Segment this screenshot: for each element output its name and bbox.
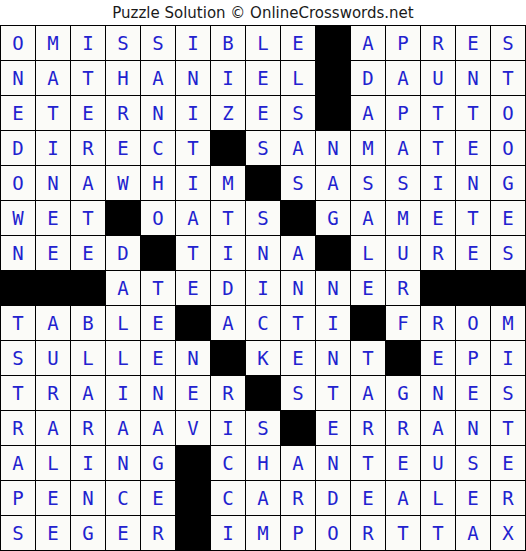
letter-cell: U	[386, 236, 420, 270]
black-cell	[316, 61, 350, 95]
letter-cell: E	[386, 446, 420, 480]
letter-cell: N	[1, 61, 35, 95]
letter-cell: N	[281, 271, 315, 305]
letter-cell: A	[386, 481, 420, 515]
letter-cell: E	[106, 131, 140, 165]
letter-cell: G	[71, 516, 105, 550]
letter-cell: L	[36, 446, 70, 480]
letter-cell: A	[36, 411, 70, 445]
letter-cell: S	[491, 236, 525, 270]
letter-cell: L	[351, 236, 385, 270]
crossword-solution-page: Puzzle Solution © OnlineCrosswords.net O…	[0, 0, 526, 551]
letter-cell: O	[1, 26, 35, 60]
letter-cell: T	[351, 341, 385, 375]
letter-cell: U	[421, 61, 455, 95]
letter-cell: A	[281, 131, 315, 165]
letter-cell: R	[491, 481, 525, 515]
letter-cell: N	[106, 446, 140, 480]
letter-cell: T	[421, 516, 455, 550]
black-cell	[316, 96, 350, 130]
black-cell	[176, 516, 210, 550]
letter-cell: C	[211, 446, 245, 480]
black-cell	[141, 236, 175, 270]
letter-cell: A	[386, 131, 420, 165]
letter-cell: G	[141, 446, 175, 480]
black-cell	[211, 131, 245, 165]
letter-cell: R	[106, 96, 140, 130]
letter-cell: T	[176, 236, 210, 270]
letter-cell: I	[36, 131, 70, 165]
crossword-grid: OMISSIBLEAPRESNATHANIELDAUNTETERNIZESAPT…	[0, 25, 526, 551]
letter-cell: E	[491, 446, 525, 480]
black-cell	[421, 271, 455, 305]
letter-cell: I	[106, 376, 140, 410]
black-cell	[176, 306, 210, 340]
letter-cell: T	[316, 376, 350, 410]
letter-cell: R	[71, 411, 105, 445]
letter-cell: S	[491, 376, 525, 410]
letter-cell: D	[316, 481, 350, 515]
letter-cell: W	[1, 201, 35, 235]
letter-cell: F	[386, 306, 420, 340]
letter-cell: E	[141, 341, 175, 375]
letter-cell: N	[316, 131, 350, 165]
letter-cell: E	[491, 201, 525, 235]
black-cell	[281, 411, 315, 445]
letter-cell: L	[106, 306, 140, 340]
black-cell	[281, 201, 315, 235]
black-cell	[71, 271, 105, 305]
letter-cell: U	[421, 446, 455, 480]
letter-cell: B	[71, 306, 105, 340]
letter-cell: R	[71, 131, 105, 165]
letter-cell: I	[211, 61, 245, 95]
letter-cell: S	[491, 26, 525, 60]
black-cell	[246, 376, 280, 410]
letter-cell: A	[281, 236, 315, 270]
letter-cell: A	[351, 96, 385, 130]
letter-cell: C	[106, 481, 140, 515]
letter-cell: L	[246, 26, 280, 60]
letter-cell: T	[421, 96, 455, 130]
letter-cell: T	[491, 61, 525, 95]
black-cell	[456, 271, 490, 305]
letter-cell: T	[1, 306, 35, 340]
letter-cell: R	[281, 481, 315, 515]
letter-cell: K	[246, 341, 280, 375]
letter-cell: N	[246, 236, 280, 270]
letter-cell: G	[491, 166, 525, 200]
letter-cell: A	[281, 446, 315, 480]
letter-cell: E	[456, 131, 490, 165]
letter-cell: P	[1, 481, 35, 515]
letter-cell: T	[211, 201, 245, 235]
letter-cell: D	[211, 271, 245, 305]
letter-cell: N	[316, 446, 350, 480]
letter-cell: T	[281, 306, 315, 340]
black-cell	[176, 446, 210, 480]
letter-cell: T	[71, 61, 105, 95]
letter-cell: M	[36, 26, 70, 60]
letter-cell: H	[141, 166, 175, 200]
letter-cell: I	[211, 516, 245, 550]
letter-cell: E	[36, 481, 70, 515]
letter-cell: A	[351, 201, 385, 235]
letter-cell: X	[491, 516, 525, 550]
letter-cell: P	[281, 516, 315, 550]
letter-cell: R	[351, 516, 385, 550]
letter-cell: V	[176, 411, 210, 445]
letter-cell: E	[176, 271, 210, 305]
letter-cell: E	[71, 96, 105, 130]
letter-cell: D	[106, 236, 140, 270]
letter-cell: R	[36, 376, 70, 410]
letter-cell: L	[106, 341, 140, 375]
letter-cell: E	[1, 96, 35, 130]
letter-cell: A	[351, 26, 385, 60]
letter-cell: T	[141, 271, 175, 305]
letter-cell: T	[36, 96, 70, 130]
letter-cell: O	[491, 96, 525, 130]
letter-cell: T	[386, 516, 420, 550]
letter-cell: N	[421, 376, 455, 410]
letter-cell: R	[211, 376, 245, 410]
letter-cell: P	[386, 96, 420, 130]
letter-cell: T	[421, 131, 455, 165]
letter-cell: N	[456, 166, 490, 200]
letter-cell: N	[141, 376, 175, 410]
letter-cell: E	[141, 481, 175, 515]
letter-cell: G	[386, 376, 420, 410]
letter-cell: G	[316, 201, 350, 235]
letter-cell: E	[351, 271, 385, 305]
letter-cell: I	[491, 341, 525, 375]
letter-cell: R	[421, 236, 455, 270]
letter-cell: L	[71, 341, 105, 375]
letter-cell: L	[281, 61, 315, 95]
letter-cell: I	[176, 26, 210, 60]
letter-cell: T	[71, 201, 105, 235]
letter-cell: O	[141, 201, 175, 235]
letter-cell: T	[456, 96, 490, 130]
letter-cell: B	[211, 26, 245, 60]
letter-cell: A	[71, 166, 105, 200]
letter-cell: I	[211, 236, 245, 270]
black-cell	[1, 271, 35, 305]
letter-cell: S	[246, 411, 280, 445]
letter-cell: N	[71, 481, 105, 515]
letter-cell: Z	[211, 96, 245, 130]
letter-cell: E	[176, 376, 210, 410]
letter-cell: P	[386, 26, 420, 60]
letter-cell: S	[281, 166, 315, 200]
letter-cell: A	[246, 481, 280, 515]
letter-cell: E	[246, 61, 280, 95]
letter-cell: O	[1, 166, 35, 200]
letter-cell: A	[141, 411, 175, 445]
black-cell	[211, 341, 245, 375]
letter-cell: S	[281, 376, 315, 410]
black-cell	[491, 271, 525, 305]
letter-cell: C	[141, 131, 175, 165]
letter-cell: U	[36, 341, 70, 375]
letter-cell: T	[176, 131, 210, 165]
letter-cell: N	[141, 96, 175, 130]
letter-cell: E	[316, 411, 350, 445]
letter-cell: N	[456, 411, 490, 445]
black-cell	[316, 26, 350, 60]
letter-cell: S	[106, 26, 140, 60]
letter-cell: T	[491, 411, 525, 445]
letter-cell: R	[351, 411, 385, 445]
letter-cell: E	[421, 201, 455, 235]
letter-cell: N	[1, 236, 35, 270]
letter-cell: E	[281, 341, 315, 375]
letter-cell: A	[141, 61, 175, 95]
letter-cell: A	[421, 411, 455, 445]
black-cell	[176, 481, 210, 515]
letter-cell: A	[106, 271, 140, 305]
letter-cell: I	[211, 411, 245, 445]
letter-cell: S	[456, 446, 490, 480]
letter-cell: I	[316, 306, 350, 340]
letter-cell: E	[71, 236, 105, 270]
letter-cell: A	[106, 411, 140, 445]
letter-cell: A	[71, 376, 105, 410]
letter-cell: A	[351, 376, 385, 410]
letter-cell: E	[246, 96, 280, 130]
letter-cell: E	[36, 201, 70, 235]
letter-cell: M	[211, 166, 245, 200]
letter-cell: A	[36, 306, 70, 340]
letter-cell: D	[1, 131, 35, 165]
letter-cell: R	[1, 411, 35, 445]
letter-cell: I	[421, 166, 455, 200]
letter-cell: N	[316, 271, 350, 305]
letter-cell: O	[491, 131, 525, 165]
letter-cell: E	[281, 26, 315, 60]
letter-cell: A	[1, 446, 35, 480]
letter-cell: E	[351, 481, 385, 515]
letter-cell: I	[176, 96, 210, 130]
letter-cell: S	[141, 26, 175, 60]
letter-cell: C	[246, 306, 280, 340]
letter-cell: M	[386, 201, 420, 235]
letter-cell: N	[456, 61, 490, 95]
letter-cell: S	[1, 341, 35, 375]
letter-cell: M	[246, 516, 280, 550]
letter-cell: N	[36, 166, 70, 200]
letter-cell: C	[211, 481, 245, 515]
letter-cell: R	[141, 516, 175, 550]
letter-cell: I	[246, 271, 280, 305]
letter-cell: N	[176, 341, 210, 375]
letter-cell: S	[246, 131, 280, 165]
letter-cell: T	[351, 446, 385, 480]
letter-cell: R	[386, 411, 420, 445]
letter-cell: A	[456, 516, 490, 550]
letter-cell: A	[386, 61, 420, 95]
black-cell	[106, 201, 140, 235]
letter-cell: M	[351, 131, 385, 165]
letter-cell: N	[316, 341, 350, 375]
letter-cell: A	[211, 306, 245, 340]
letter-cell: W	[106, 166, 140, 200]
letter-cell: M	[491, 306, 525, 340]
letter-cell: O	[456, 306, 490, 340]
letter-cell: N	[176, 61, 210, 95]
letter-cell: L	[421, 481, 455, 515]
letter-cell: R	[421, 26, 455, 60]
letter-cell: A	[36, 61, 70, 95]
letter-cell: E	[36, 516, 70, 550]
letter-cell: E	[36, 236, 70, 270]
black-cell	[351, 306, 385, 340]
letter-cell: S	[1, 516, 35, 550]
letter-cell: E	[456, 376, 490, 410]
letter-cell: A	[316, 166, 350, 200]
letter-cell: A	[176, 201, 210, 235]
letter-cell: T	[456, 201, 490, 235]
black-cell	[36, 271, 70, 305]
black-cell	[246, 166, 280, 200]
black-cell	[386, 341, 420, 375]
letter-cell: E	[456, 481, 490, 515]
letter-cell: D	[351, 61, 385, 95]
letter-cell: S	[386, 166, 420, 200]
letter-cell: R	[386, 271, 420, 305]
letter-cell: I	[71, 26, 105, 60]
letter-cell: S	[246, 201, 280, 235]
letter-cell: I	[176, 166, 210, 200]
letter-cell: E	[456, 236, 490, 270]
letter-cell: I	[71, 446, 105, 480]
letter-cell: H	[106, 61, 140, 95]
letter-cell: T	[1, 376, 35, 410]
letter-cell: E	[106, 516, 140, 550]
letter-cell: S	[281, 96, 315, 130]
letter-cell: R	[421, 306, 455, 340]
black-cell	[316, 236, 350, 270]
letter-cell: H	[246, 446, 280, 480]
page-title: Puzzle Solution © OnlineCrosswords.net	[0, 0, 526, 25]
letter-cell: O	[316, 516, 350, 550]
letter-cell: E	[456, 26, 490, 60]
letter-cell: E	[421, 341, 455, 375]
letter-cell: S	[351, 166, 385, 200]
letter-cell: E	[141, 306, 175, 340]
letter-cell: P	[456, 341, 490, 375]
